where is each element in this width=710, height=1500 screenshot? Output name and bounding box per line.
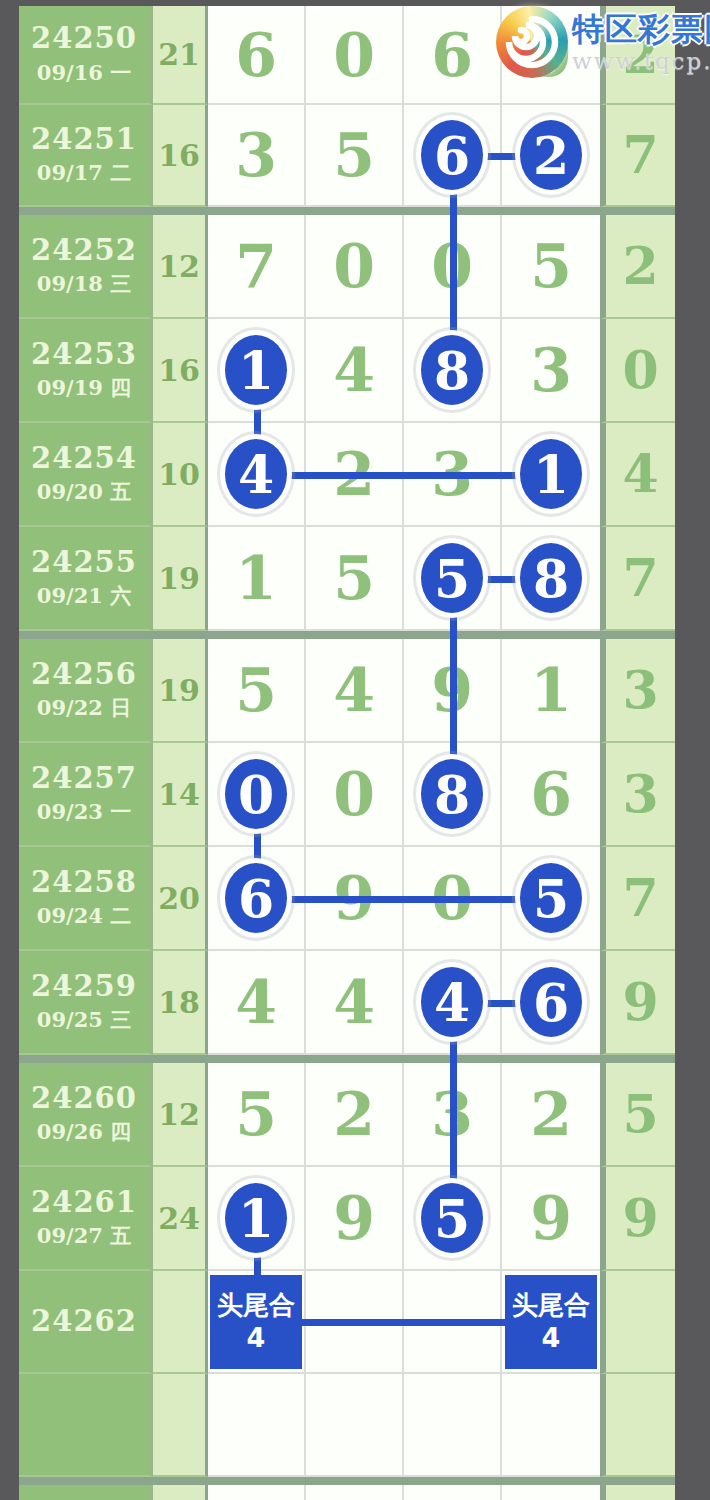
circled-digit: 4 <box>421 967 483 1037</box>
period-number: 24262 <box>31 1305 137 1338</box>
sum-cell: 12 <box>153 215 208 319</box>
prediction-value: 4 <box>247 1322 266 1354</box>
digit: 6 <box>530 764 572 824</box>
digit: 5 <box>530 236 572 296</box>
site-text: 特区彩票网 www.tqcp.net <box>572 12 710 74</box>
period-date: 09/24 二 <box>37 902 131 930</box>
period-cell: 2425309/19 四 <box>19 319 153 423</box>
period-number: 24255 <box>31 546 137 579</box>
board: 2425009/16 一21606922425109/17 二163562724… <box>19 6 675 1500</box>
circled-digit: 5 <box>421 543 483 613</box>
period-date: 09/25 三 <box>37 1006 131 1034</box>
extra-digit: 7 <box>622 129 658 181</box>
digit-cell-r4-c1: 4 <box>208 423 306 527</box>
digit-cell-r6-c2: 4 <box>306 639 404 743</box>
sum-cell: 21 <box>153 6 208 105</box>
group-separator <box>19 631 675 639</box>
digit-cell-r9-c4: 6 <box>502 951 600 1055</box>
period-date: 09/18 三 <box>37 270 131 298</box>
prediction-value: 4 <box>542 1322 561 1354</box>
sum-value: 16 <box>158 138 200 173</box>
sum-cell <box>153 1485 208 1500</box>
extra-digit: 9 <box>622 1192 658 1244</box>
digit-cell-r3-c2: 4 <box>306 319 404 423</box>
digit: 4 <box>333 340 375 400</box>
digit-cell-r5-c1: 1 <box>208 527 306 631</box>
digit: 2 <box>333 1084 375 1144</box>
digit-cell-r1-c3: 6 <box>404 105 502 207</box>
site-url[interactable]: www.tqcp.net <box>572 48 710 74</box>
digit: 1 <box>235 548 277 608</box>
circled-digit: 1 <box>520 439 582 509</box>
sum-value: 20 <box>158 881 200 916</box>
digit-cell-r9-c1: 4 <box>208 951 306 1055</box>
digit: 0 <box>333 764 375 824</box>
digit: 6 <box>431 25 473 85</box>
extra-digit: 9 <box>622 976 658 1028</box>
sum-value: 24 <box>158 1201 200 1236</box>
extra-digit: 0 <box>622 344 658 396</box>
digit: 0 <box>333 236 375 296</box>
digit: 4 <box>333 660 375 720</box>
extra-digit-cell: 7 <box>600 105 675 207</box>
digit: 5 <box>333 125 375 185</box>
digit-cell-r10-c1: 5 <box>208 1063 306 1167</box>
prediction-label: 头尾合 <box>217 1289 295 1322</box>
extra-digit-cell: 5 <box>600 1063 675 1167</box>
sum-cell: 16 <box>153 319 208 423</box>
digit-cell-r0-c2: 0 <box>306 6 404 105</box>
row-24256: 2425609/22 日1954913 <box>19 639 675 743</box>
digit: 2 <box>530 1084 572 1144</box>
digit: 4 <box>333 972 375 1032</box>
digit: 3 <box>235 125 277 185</box>
period-date: 09/17 二 <box>37 159 131 187</box>
extra-digit: 4 <box>622 448 658 500</box>
digit: 3 <box>530 340 572 400</box>
digit-cell-r9-c2: 4 <box>306 951 404 1055</box>
row-24260: 2426009/26 四1252325 <box>19 1063 675 1167</box>
circled-digit: 8 <box>421 335 483 405</box>
period-number: 24254 <box>31 442 137 475</box>
circled-digit: 1 <box>225 1183 287 1253</box>
digit: 9 <box>333 1188 375 1248</box>
period-date: 09/16 一 <box>37 59 131 87</box>
row-24257: 2425709/23 一1400863 <box>19 743 675 847</box>
digit-cell-r3-c1: 1 <box>208 319 306 423</box>
extra-digit: 3 <box>622 768 658 820</box>
period-number: 24252 <box>31 234 137 267</box>
circled-digit: 0 <box>225 759 287 829</box>
row-24258: 2425809/24 二2069057 <box>19 847 675 951</box>
row-24262: 24262头尾合4头尾合4 <box>19 1271 675 1374</box>
period-cell: 2425909/25 三 <box>19 951 153 1055</box>
period-date: 09/20 五 <box>37 478 131 506</box>
digit-cell-r3-c3: 8 <box>404 319 502 423</box>
period-cell <box>19 1374 153 1477</box>
sum-cell: 10 <box>153 423 208 527</box>
period-cell: 2425009/16 一 <box>19 6 153 105</box>
circled-digit: 8 <box>520 543 582 613</box>
digit-cell-r1-c2: 5 <box>306 105 404 207</box>
period-cell: 2425609/22 日 <box>19 639 153 743</box>
sum-value: 19 <box>158 561 200 596</box>
extra-digit-cell: 9 <box>600 951 675 1055</box>
circled-digit: 6 <box>421 120 483 190</box>
digit: 5 <box>235 1084 277 1144</box>
digit-cell-r2-c2: 0 <box>306 215 404 319</box>
digit: 0 <box>431 236 473 296</box>
digit: 3 <box>431 444 473 504</box>
period-cell: 2425409/20 五 <box>19 423 153 527</box>
digit: 4 <box>235 972 277 1032</box>
extra-digit-cell: 7 <box>600 527 675 631</box>
period-cell: 2425209/18 三 <box>19 215 153 319</box>
swirl-logo-icon <box>496 6 568 78</box>
digit-cell-r7-c4: 6 <box>502 743 600 847</box>
extra-digit-cell: 4 <box>600 423 675 527</box>
sum-cell <box>153 1271 208 1374</box>
circled-digit: 6 <box>225 863 287 933</box>
digit: 6 <box>235 25 277 85</box>
digit-cell-r7-c3: 8 <box>404 743 502 847</box>
row-24251: 2425109/17 二1635627 <box>19 105 675 207</box>
digit-cell-r0-c1: 6 <box>208 6 306 105</box>
sum-cell: 14 <box>153 743 208 847</box>
sum-cell: 12 <box>153 1063 208 1167</box>
sum-value: 16 <box>158 353 200 388</box>
extra-digit-cell <box>600 1485 675 1500</box>
digit: 7 <box>235 236 277 296</box>
sum-value: 21 <box>158 37 200 72</box>
extra-digit-cell: 3 <box>600 743 675 847</box>
digit: 0 <box>333 25 375 85</box>
digit-cell-r0-c3: 6 <box>404 6 502 105</box>
site-name[interactable]: 特区彩票网 <box>572 12 710 47</box>
digit-cell-r5-c3: 5 <box>404 527 502 631</box>
digit: 9 <box>530 1188 572 1248</box>
sum-cell: 16 <box>153 105 208 207</box>
period-date: 09/26 四 <box>37 1118 131 1146</box>
digit-cell-r5-c4: 8 <box>502 527 600 631</box>
digit: 1 <box>530 660 572 720</box>
digit-cell-r12-c4: 头尾合4 <box>502 1271 600 1374</box>
extra-digit-cell: 0 <box>600 319 675 423</box>
sum-cell: 19 <box>153 639 208 743</box>
extra-digit-cell <box>600 1271 675 1374</box>
period-number: 24251 <box>31 123 137 156</box>
period-cell <box>19 1485 153 1500</box>
digit-cell-r2-c3: 0 <box>404 215 502 319</box>
sum-cell: 24 <box>153 1167 208 1271</box>
digit-cell-r3-c4: 3 <box>502 319 600 423</box>
row-24253: 2425309/19 四1614830 <box>19 319 675 423</box>
sum-value: 12 <box>158 249 200 284</box>
digit-cell-r4-c4: 1 <box>502 423 600 527</box>
period-date: 09/27 五 <box>37 1222 131 1250</box>
digit: 5 <box>333 548 375 608</box>
digit-cell-r6-c1: 5 <box>208 639 306 743</box>
circled-digit: 5 <box>520 863 582 933</box>
digit-cell-r5-c2: 5 <box>306 527 404 631</box>
digit-cell-r13-c1 <box>208 1374 306 1477</box>
sum-value: 19 <box>158 673 200 708</box>
extra-digit: 7 <box>622 552 658 604</box>
period-number: 24250 <box>31 22 137 55</box>
period-cell: 2425109/17 二 <box>19 105 153 207</box>
period-date: 09/22 日 <box>37 694 131 722</box>
digit-cell-r4-c3: 3 <box>404 423 502 527</box>
circled-digit: 5 <box>421 1183 483 1253</box>
digit-cell-r4-c2: 2 <box>306 423 404 527</box>
circled-digit: 6 <box>520 967 582 1037</box>
extra-digit-cell <box>600 1374 675 1477</box>
group-separator <box>19 207 675 215</box>
period-cell: 2426109/27 五 <box>19 1167 153 1271</box>
period-number: 24261 <box>31 1186 137 1219</box>
digit-cell-r7-c1: 0 <box>208 743 306 847</box>
period-cell: 2425709/23 一 <box>19 743 153 847</box>
extra-digit-cell: 9 <box>600 1167 675 1271</box>
site-logo[interactable]: 特区彩票网 www.tqcp.net <box>496 6 710 78</box>
extra-digit-cell: 3 <box>600 639 675 743</box>
digit-cell-r7-c2: 0 <box>306 743 404 847</box>
digit-cell-r13-c3 <box>404 1374 502 1477</box>
circled-digit: 1 <box>225 335 287 405</box>
digit: 3 <box>431 1084 473 1144</box>
digit-cell-r14-c2 <box>306 1485 404 1500</box>
lottery-trend-chart: 2425009/16 一21606922425109/17 二163562724… <box>0 0 710 1500</box>
sum-cell <box>153 1374 208 1477</box>
extra-digit: 2 <box>622 240 658 292</box>
digit-cell-r8-c3: 0 <box>404 847 502 951</box>
row-24261: 2426109/27 五2419599 <box>19 1167 675 1271</box>
row-blank-14 <box>19 1485 675 1500</box>
sum-value: 12 <box>158 1097 200 1132</box>
circled-digit: 2 <box>520 120 582 190</box>
sum-value: 10 <box>158 457 200 492</box>
sum-value: 18 <box>158 985 200 1020</box>
digit-cell-r14-c1 <box>208 1485 306 1500</box>
period-cell: 24262 <box>19 1271 153 1374</box>
digit-cell-r6-c3: 9 <box>404 639 502 743</box>
digit: 9 <box>333 868 375 928</box>
extra-digit: 7 <box>622 872 658 924</box>
digit-cell-r9-c3: 4 <box>404 951 502 1055</box>
period-cell: 2425809/24 二 <box>19 847 153 951</box>
digit-cell-r2-c1: 7 <box>208 215 306 319</box>
digit: 9 <box>431 660 473 720</box>
digit-cell-r8-c2: 9 <box>306 847 404 951</box>
period-number: 24257 <box>31 762 137 795</box>
digit-cell-r10-c4: 2 <box>502 1063 600 1167</box>
prediction-label: 头尾合 <box>512 1289 590 1322</box>
digit-cell-r1-c1: 3 <box>208 105 306 207</box>
period-number: 24260 <box>31 1082 137 1115</box>
digit-cell-r12-c2 <box>306 1271 404 1374</box>
period-number: 24253 <box>31 338 137 371</box>
digit-cell-r2-c4: 5 <box>502 215 600 319</box>
period-number: 24256 <box>31 658 137 691</box>
prediction-box: 头尾合4 <box>505 1275 597 1369</box>
period-number: 24258 <box>31 866 137 899</box>
digit-cell-r8-c1: 6 <box>208 847 306 951</box>
digit-cell-r10-c2: 2 <box>306 1063 404 1167</box>
row-blank-13 <box>19 1374 675 1477</box>
digit-cell-r6-c4: 1 <box>502 639 600 743</box>
row-24254: 2425409/20 五1042314 <box>19 423 675 527</box>
group-separator <box>19 1055 675 1063</box>
extra-digit: 3 <box>622 664 658 716</box>
sum-value: 14 <box>158 777 200 812</box>
prediction-box: 头尾合4 <box>210 1275 302 1369</box>
digit: 2 <box>333 444 375 504</box>
extra-digit: 5 <box>622 1088 658 1140</box>
digit-cell-r11-c3: 5 <box>404 1167 502 1271</box>
group-separator <box>19 1477 675 1485</box>
extra-digit-cell: 7 <box>600 847 675 951</box>
row-24252: 2425209/18 三1270052 <box>19 215 675 319</box>
digit-cell-r12-c3 <box>404 1271 502 1374</box>
period-date: 09/21 六 <box>37 582 131 610</box>
period-number: 24259 <box>31 970 137 1003</box>
sum-cell: 18 <box>153 951 208 1055</box>
period-cell: 2426009/26 四 <box>19 1063 153 1167</box>
digit-cell-r10-c3: 3 <box>404 1063 502 1167</box>
digit-cell-r14-c3 <box>404 1485 502 1500</box>
digit-cell-r14-c4 <box>502 1485 600 1500</box>
row-24259: 2425909/25 三1844469 <box>19 951 675 1055</box>
circled-digit: 8 <box>421 759 483 829</box>
digit-cell-r11-c1: 1 <box>208 1167 306 1271</box>
digit-cell-r11-c4: 9 <box>502 1167 600 1271</box>
period-date: 09/19 四 <box>37 374 131 402</box>
sum-cell: 20 <box>153 847 208 951</box>
digit-cell-r11-c2: 9 <box>306 1167 404 1271</box>
digit: 5 <box>235 660 277 720</box>
digit-cell-r1-c4: 2 <box>502 105 600 207</box>
period-cell: 2425509/21 六 <box>19 527 153 631</box>
digit-cell-r12-c1: 头尾合4 <box>208 1271 306 1374</box>
period-date: 09/23 一 <box>37 798 131 826</box>
digit: 0 <box>431 868 473 928</box>
digit-cell-r8-c4: 5 <box>502 847 600 951</box>
extra-digit-cell: 2 <box>600 215 675 319</box>
digit-cell-r13-c2 <box>306 1374 404 1477</box>
sum-cell: 19 <box>153 527 208 631</box>
digit-cell-r13-c4 <box>502 1374 600 1477</box>
circled-digit: 4 <box>225 439 287 509</box>
row-24255: 2425509/21 六1915587 <box>19 527 675 631</box>
